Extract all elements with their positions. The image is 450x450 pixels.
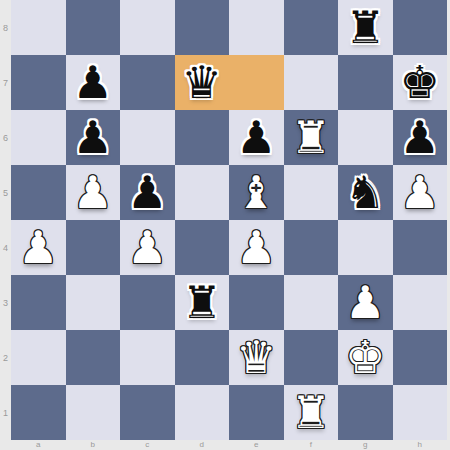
white-pawn[interactable]: ♟ (236, 220, 276, 275)
square-d2[interactable] (175, 330, 230, 385)
black-pawn[interactable]: ♟ (73, 110, 113, 165)
square-g7[interactable] (338, 55, 393, 110)
square-c8[interactable] (120, 0, 175, 55)
black-king[interactable]: ♚ (400, 55, 440, 110)
white-pawn[interactable]: ♟ (127, 220, 167, 275)
square-a4[interactable]: ♟ (11, 220, 66, 275)
white-bishop[interactable]: ♝ (236, 165, 276, 220)
black-pawn[interactable]: ♟ (236, 110, 276, 165)
square-c3[interactable] (120, 275, 175, 330)
square-h1[interactable] (393, 385, 448, 440)
square-f4[interactable] (284, 220, 339, 275)
rank-label-1: 1 (0, 385, 11, 440)
square-f7[interactable] (284, 55, 339, 110)
square-h5[interactable]: ♟ (393, 165, 448, 220)
white-pawn[interactable]: ♟ (18, 220, 58, 275)
square-b2[interactable] (66, 330, 121, 385)
square-e5[interactable]: ♝ (229, 165, 284, 220)
square-b1[interactable] (66, 385, 121, 440)
square-e6[interactable]: ♟ (229, 110, 284, 165)
rank-label-8: 8 (0, 0, 11, 55)
square-d7[interactable]: ♛ (175, 55, 230, 110)
square-d8[interactable] (175, 0, 230, 55)
square-d6[interactable] (175, 110, 230, 165)
rank-label-6: 6 (0, 110, 11, 165)
square-c6[interactable] (120, 110, 175, 165)
file-label-b: b (66, 440, 121, 450)
file-label-d: d (175, 440, 230, 450)
black-queen[interactable]: ♛ (182, 55, 222, 110)
file-label-g: g (338, 440, 393, 450)
square-d5[interactable] (175, 165, 230, 220)
file-label-c: c (120, 440, 175, 450)
square-h7[interactable]: ♚ (393, 55, 448, 110)
file-label-a: a (11, 440, 66, 450)
file-label-e: e (229, 440, 284, 450)
square-g6[interactable] (338, 110, 393, 165)
white-queen[interactable]: ♛ (236, 330, 276, 385)
square-h8[interactable] (393, 0, 448, 55)
black-pawn[interactable]: ♟ (73, 55, 113, 110)
square-d3[interactable]: ♜ (175, 275, 230, 330)
square-g8[interactable]: ♜ (338, 0, 393, 55)
square-f2[interactable] (284, 330, 339, 385)
square-e2[interactable]: ♛ (229, 330, 284, 385)
square-f6[interactable]: ♜ (284, 110, 339, 165)
square-g5[interactable]: ♞ (338, 165, 393, 220)
square-a3[interactable] (11, 275, 66, 330)
square-c4[interactable]: ♟ (120, 220, 175, 275)
square-b8[interactable] (66, 0, 121, 55)
square-h3[interactable] (393, 275, 448, 330)
file-label-h: h (393, 440, 448, 450)
square-g1[interactable] (338, 385, 393, 440)
rank-label-7: 7 (0, 55, 11, 110)
square-f5[interactable] (284, 165, 339, 220)
file-labels: abcdefgh (11, 440, 447, 450)
square-g4[interactable] (338, 220, 393, 275)
rank-label-3: 3 (0, 275, 11, 330)
file-label-f: f (284, 440, 339, 450)
square-a5[interactable] (11, 165, 66, 220)
rank-label-2: 2 (0, 330, 11, 385)
black-knight[interactable]: ♞ (345, 165, 385, 220)
square-g3[interactable]: ♟ (338, 275, 393, 330)
square-g2[interactable]: ♚ (338, 330, 393, 385)
square-f8[interactable] (284, 0, 339, 55)
black-pawn[interactable]: ♟ (127, 165, 167, 220)
white-rook[interactable]: ♜ (291, 110, 331, 165)
white-pawn[interactable]: ♟ (345, 275, 385, 330)
white-pawn[interactable]: ♟ (73, 165, 113, 220)
square-f1[interactable]: ♜ (284, 385, 339, 440)
square-a8[interactable] (11, 0, 66, 55)
rank-label-5: 5 (0, 165, 11, 220)
rank-label-4: 4 (0, 220, 11, 275)
square-e3[interactable] (229, 275, 284, 330)
square-f3[interactable] (284, 275, 339, 330)
square-d1[interactable] (175, 385, 230, 440)
square-c1[interactable] (120, 385, 175, 440)
square-e4[interactable]: ♟ (229, 220, 284, 275)
square-h6[interactable]: ♟ (393, 110, 448, 165)
white-pawn[interactable]: ♟ (400, 165, 440, 220)
square-b4[interactable] (66, 220, 121, 275)
square-h2[interactable] (393, 330, 448, 385)
black-pawn[interactable]: ♟ (400, 110, 440, 165)
square-h4[interactable] (393, 220, 448, 275)
square-e7[interactable] (229, 55, 284, 110)
square-c5[interactable]: ♟ (120, 165, 175, 220)
black-rook[interactable]: ♜ (182, 275, 222, 330)
square-b6[interactable]: ♟ (66, 110, 121, 165)
square-c7[interactable] (120, 55, 175, 110)
square-a2[interactable] (11, 330, 66, 385)
square-a6[interactable] (11, 110, 66, 165)
board-container: 87654321 ♜♟♛♚♟♟♜♟♟♟♝♞♟♟♟♟♜♟♛♚♜ abcdefgh (0, 0, 450, 450)
square-e1[interactable] (229, 385, 284, 440)
square-c2[interactable] (120, 330, 175, 385)
square-e8[interactable] (229, 0, 284, 55)
square-a7[interactable] (11, 55, 66, 110)
chess-board: ♜♟♛♚♟♟♜♟♟♟♝♞♟♟♟♟♜♟♛♚♜ (11, 0, 447, 440)
black-rook[interactable]: ♜ (345, 0, 385, 55)
white-rook[interactable]: ♜ (291, 385, 331, 440)
square-b5[interactable]: ♟ (66, 165, 121, 220)
square-b7[interactable]: ♟ (66, 55, 121, 110)
square-a1[interactable] (11, 385, 66, 440)
square-b3[interactable] (66, 275, 121, 330)
square-d4[interactable] (175, 220, 230, 275)
board-column: ♜♟♛♚♟♟♜♟♟♟♝♞♟♟♟♟♜♟♛♚♜ abcdefgh (11, 0, 450, 450)
rank-labels: 87654321 (0, 0, 11, 450)
white-king[interactable]: ♚ (345, 330, 385, 385)
